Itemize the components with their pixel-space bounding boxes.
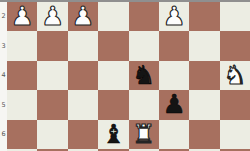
square-b5[interactable] — [189, 90, 219, 119]
rank-coordinates: 23456 — [0, 2, 7, 151]
square-g6[interactable] — [37, 120, 67, 149]
white-pawn-c2[interactable]: ♟ — [162, 2, 185, 31]
square-h7[interactable] — [7, 149, 37, 151]
square-h3[interactable] — [7, 31, 37, 60]
white-pawn-g2[interactable]: ♟ — [41, 2, 64, 31]
square-g7[interactable] — [37, 149, 67, 151]
square-d4[interactable]: ♞ — [129, 61, 159, 90]
white-rook-d6[interactable]: ♜ — [132, 120, 155, 149]
square-c2[interactable]: ♟ — [159, 2, 189, 31]
black-pawn-c5[interactable]: ♟ — [162, 90, 185, 119]
square-e4[interactable] — [98, 61, 128, 90]
chess-board-screenshot: 23456 ♟♟♟♟♞♞♟♝♜ — [0, 0, 250, 151]
square-a4[interactable]: ♞ — [220, 61, 250, 90]
square-a3[interactable] — [220, 31, 250, 60]
square-f2[interactable]: ♟ — [68, 2, 98, 31]
square-f6[interactable] — [68, 120, 98, 149]
square-e7[interactable] — [98, 149, 128, 151]
square-d3[interactable] — [129, 31, 159, 60]
square-h4[interactable] — [7, 61, 37, 90]
square-c7[interactable] — [159, 149, 189, 151]
white-knight-a4[interactable]: ♞ — [223, 61, 246, 90]
square-a5[interactable] — [220, 90, 250, 119]
square-e3[interactable] — [98, 31, 128, 60]
square-g3[interactable] — [37, 31, 67, 60]
white-pawn-h2[interactable]: ♟ — [11, 2, 34, 31]
rank-label-3: 3 — [0, 31, 7, 60]
square-e2[interactable] — [98, 2, 128, 31]
square-c6[interactable] — [159, 120, 189, 149]
square-d2[interactable] — [129, 2, 159, 31]
white-pawn-f2[interactable]: ♟ — [71, 2, 94, 31]
square-d6[interactable]: ♜ — [129, 120, 159, 149]
square-g4[interactable] — [37, 61, 67, 90]
chess-board: ♟♟♟♟♞♞♟♝♜ — [7, 2, 250, 151]
square-b6[interactable] — [189, 120, 219, 149]
square-b3[interactable] — [189, 31, 219, 60]
square-b4[interactable] — [189, 61, 219, 90]
black-bishop-e6[interactable]: ♝ — [102, 120, 125, 149]
board-area: 23456 ♟♟♟♟♞♞♟♝♜ — [0, 2, 250, 151]
square-h2[interactable]: ♟ — [7, 2, 37, 31]
square-g2[interactable]: ♟ — [37, 2, 67, 31]
square-c4[interactable] — [159, 61, 189, 90]
square-a2[interactable] — [220, 2, 250, 31]
rank-label-2: 2 — [0, 2, 7, 31]
square-b2[interactable] — [189, 2, 219, 31]
black-knight-d4[interactable]: ♞ — [132, 61, 155, 90]
square-e5[interactable] — [98, 90, 128, 119]
square-a7[interactable] — [220, 149, 250, 151]
square-h6[interactable] — [7, 120, 37, 149]
square-f5[interactable] — [68, 90, 98, 119]
square-h5[interactable] — [7, 90, 37, 119]
square-g5[interactable] — [37, 90, 67, 119]
square-f3[interactable] — [68, 31, 98, 60]
square-d7[interactable] — [129, 149, 159, 151]
square-d5[interactable] — [129, 90, 159, 119]
square-e6[interactable]: ♝ — [98, 120, 128, 149]
square-c5[interactable]: ♟ — [159, 90, 189, 119]
square-a6[interactable] — [220, 120, 250, 149]
rank-label-6: 6 — [0, 120, 7, 149]
rank-label-5: 5 — [0, 90, 7, 119]
square-f4[interactable] — [68, 61, 98, 90]
square-c3[interactable] — [159, 31, 189, 60]
rank-label-4: 4 — [0, 61, 7, 90]
square-b7[interactable] — [189, 149, 219, 151]
square-f7[interactable] — [68, 149, 98, 151]
